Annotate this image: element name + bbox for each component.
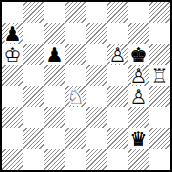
square-c6[interactable]: ♟♟ — [44, 44, 65, 65]
square-h2[interactable] — [149, 128, 170, 149]
square-h1[interactable] — [149, 149, 170, 170]
square-e7[interactable] — [86, 23, 107, 44]
square-a2[interactable] — [2, 128, 23, 149]
square-e3[interactable] — [86, 107, 107, 128]
square-h4[interactable] — [149, 86, 170, 107]
square-b4[interactable] — [23, 86, 44, 107]
square-a5[interactable] — [2, 65, 23, 86]
square-e1[interactable] — [86, 149, 107, 170]
square-b2[interactable] — [23, 128, 44, 149]
square-a7[interactable]: ♟♟ — [2, 23, 23, 44]
white-rook-piece[interactable]: ♖ — [149, 65, 170, 86]
square-e8[interactable] — [86, 2, 107, 23]
square-c2[interactable] — [44, 128, 65, 149]
square-g1[interactable] — [128, 149, 149, 170]
square-a1[interactable] — [2, 149, 23, 170]
square-g6[interactable]: ♚♚ — [128, 44, 149, 65]
square-c5[interactable] — [44, 65, 65, 86]
white-knight-piece[interactable]: ♘ — [65, 86, 86, 107]
square-e5[interactable] — [86, 65, 107, 86]
square-e4[interactable] — [86, 86, 107, 107]
square-e6[interactable] — [86, 44, 107, 65]
square-e2[interactable] — [86, 128, 107, 149]
square-a8[interactable] — [2, 2, 23, 23]
black-king-piece[interactable]: ♚ — [128, 44, 149, 65]
square-h3[interactable] — [149, 107, 170, 128]
square-b6[interactable] — [23, 44, 44, 65]
square-b3[interactable] — [23, 107, 44, 128]
square-b8[interactable] — [23, 2, 44, 23]
square-d4[interactable]: ♞♘ — [65, 86, 86, 107]
white-pawn-piece[interactable]: ♙ — [128, 86, 149, 107]
square-c1[interactable] — [44, 149, 65, 170]
black-pawn-piece[interactable]: ♟ — [2, 23, 23, 44]
square-d1[interactable] — [65, 149, 86, 170]
square-g2[interactable]: ♛♛ — [128, 128, 149, 149]
square-f8[interactable] — [107, 2, 128, 23]
square-c7[interactable] — [44, 23, 65, 44]
black-queen-piece[interactable]: ♛ — [128, 128, 149, 149]
square-f2[interactable] — [107, 128, 128, 149]
square-g7[interactable] — [128, 23, 149, 44]
square-b1[interactable] — [23, 149, 44, 170]
square-b7[interactable] — [23, 23, 44, 44]
square-d6[interactable] — [65, 44, 86, 65]
square-c4[interactable] — [44, 86, 65, 107]
white-pawn-piece[interactable]: ♙ — [107, 44, 128, 65]
white-pawn-piece[interactable]: ♙ — [128, 65, 149, 86]
square-a3[interactable] — [2, 107, 23, 128]
square-h6[interactable] — [149, 44, 170, 65]
square-g3[interactable] — [128, 107, 149, 128]
square-f3[interactable] — [107, 107, 128, 128]
square-g5[interactable]: ♟♙ — [128, 65, 149, 86]
square-g8[interactable] — [128, 2, 149, 23]
square-f4[interactable] — [107, 86, 128, 107]
square-f5[interactable] — [107, 65, 128, 86]
square-b5[interactable] — [23, 65, 44, 86]
square-a6[interactable]: ♚♔ — [2, 44, 23, 65]
square-d3[interactable] — [65, 107, 86, 128]
square-h7[interactable] — [149, 23, 170, 44]
square-d2[interactable] — [65, 128, 86, 149]
square-f1[interactable] — [107, 149, 128, 170]
square-c3[interactable] — [44, 107, 65, 128]
square-d8[interactable] — [65, 2, 86, 23]
square-a4[interactable] — [2, 86, 23, 107]
square-f6[interactable]: ♟♙ — [107, 44, 128, 65]
square-g4[interactable]: ♟♙ — [128, 86, 149, 107]
chess-board: ♟♟♚♔♟♟♟♙♚♚♟♙♜♖♞♘♟♙♛♛ — [0, 0, 172, 172]
square-f7[interactable] — [107, 23, 128, 44]
square-d5[interactable] — [65, 65, 86, 86]
square-c8[interactable] — [44, 2, 65, 23]
black-pawn-piece[interactable]: ♟ — [44, 44, 65, 65]
square-h5[interactable]: ♜♖ — [149, 65, 170, 86]
white-king-piece[interactable]: ♔ — [2, 44, 23, 65]
square-h8[interactable] — [149, 2, 170, 23]
square-d7[interactable] — [65, 23, 86, 44]
